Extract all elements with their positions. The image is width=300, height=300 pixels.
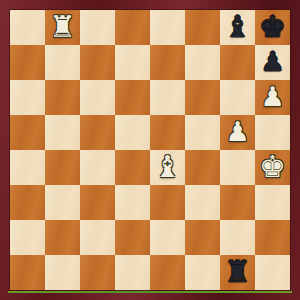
square-c1[interactable] <box>80 255 115 290</box>
chess-board: ♜♝♚♟♟♟♝♚♜ <box>10 10 290 290</box>
square-b3[interactable] <box>45 185 80 220</box>
piece-white-king-h4[interactable]: ♚ <box>259 149 286 184</box>
square-c4[interactable] <box>80 150 115 185</box>
square-h6[interactable]: ♟ <box>255 80 290 115</box>
square-f6[interactable] <box>185 80 220 115</box>
chess-board-frame: ♜♝♚♟♟♟♝♚♜ <box>0 0 300 300</box>
square-b2[interactable] <box>45 220 80 255</box>
square-c3[interactable] <box>80 185 115 220</box>
square-d3[interactable] <box>115 185 150 220</box>
square-h4[interactable]: ♚ <box>255 150 290 185</box>
square-c5[interactable] <box>80 115 115 150</box>
square-d4[interactable] <box>115 150 150 185</box>
square-f7[interactable] <box>185 45 220 80</box>
square-h7[interactable]: ♟ <box>255 45 290 80</box>
square-d2[interactable] <box>115 220 150 255</box>
square-e2[interactable] <box>150 220 185 255</box>
square-f3[interactable] <box>185 185 220 220</box>
square-g5[interactable]: ♟ <box>220 115 255 150</box>
board-bottom-highlight <box>8 291 292 293</box>
square-g2[interactable] <box>220 220 255 255</box>
square-g8[interactable]: ♝ <box>220 10 255 45</box>
square-c7[interactable] <box>80 45 115 80</box>
square-a6[interactable] <box>10 80 45 115</box>
piece-black-pawn-h7[interactable]: ♟ <box>260 44 284 79</box>
piece-black-bishop-g8[interactable]: ♝ <box>224 9 251 44</box>
square-h3[interactable] <box>255 185 290 220</box>
piece-white-rook-b8[interactable]: ♜ <box>49 9 76 44</box>
square-h1[interactable] <box>255 255 290 290</box>
piece-white-pawn-g5[interactable]: ♟ <box>225 114 249 149</box>
square-d7[interactable] <box>115 45 150 80</box>
square-g7[interactable] <box>220 45 255 80</box>
piece-white-pawn-h6[interactable]: ♟ <box>260 79 284 114</box>
square-a2[interactable] <box>10 220 45 255</box>
square-d8[interactable] <box>115 10 150 45</box>
square-g6[interactable] <box>220 80 255 115</box>
square-h2[interactable] <box>255 220 290 255</box>
square-g4[interactable] <box>220 150 255 185</box>
square-g3[interactable] <box>220 185 255 220</box>
square-d5[interactable] <box>115 115 150 150</box>
square-e3[interactable] <box>150 185 185 220</box>
square-d6[interactable] <box>115 80 150 115</box>
square-b1[interactable] <box>45 255 80 290</box>
square-a7[interactable] <box>10 45 45 80</box>
square-h5[interactable] <box>255 115 290 150</box>
square-e4[interactable]: ♝ <box>150 150 185 185</box>
square-a5[interactable] <box>10 115 45 150</box>
square-b7[interactable] <box>45 45 80 80</box>
piece-white-bishop-e4[interactable]: ♝ <box>154 149 181 184</box>
piece-black-rook-g1[interactable]: ♜ <box>224 254 251 289</box>
square-b4[interactable] <box>45 150 80 185</box>
square-h8[interactable]: ♚ <box>255 10 290 45</box>
square-f2[interactable] <box>185 220 220 255</box>
piece-black-king-h8[interactable]: ♚ <box>259 9 286 44</box>
square-f1[interactable] <box>185 255 220 290</box>
square-c2[interactable] <box>80 220 115 255</box>
square-e1[interactable] <box>150 255 185 290</box>
square-b6[interactable] <box>45 80 80 115</box>
square-e7[interactable] <box>150 45 185 80</box>
square-d1[interactable] <box>115 255 150 290</box>
square-e8[interactable] <box>150 10 185 45</box>
square-a1[interactable] <box>10 255 45 290</box>
square-b8[interactable]: ♜ <box>45 10 80 45</box>
square-b5[interactable] <box>45 115 80 150</box>
square-c6[interactable] <box>80 80 115 115</box>
square-e6[interactable] <box>150 80 185 115</box>
square-a4[interactable] <box>10 150 45 185</box>
square-a8[interactable] <box>10 10 45 45</box>
square-c8[interactable] <box>80 10 115 45</box>
square-e5[interactable] <box>150 115 185 150</box>
square-f8[interactable] <box>185 10 220 45</box>
square-f5[interactable] <box>185 115 220 150</box>
square-g1[interactable]: ♜ <box>220 255 255 290</box>
square-a3[interactable] <box>10 185 45 220</box>
square-f4[interactable] <box>185 150 220 185</box>
